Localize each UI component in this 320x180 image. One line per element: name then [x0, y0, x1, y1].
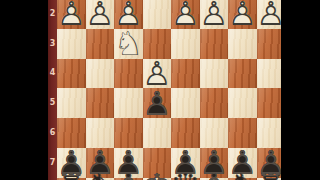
board-grid: ♜♖♝♗♚♔♛♕♝♗♞♘♜♖♟♙♟♙♟♙♟♙♟♙♟♙♟♙♞♘♟♙♟♙♟♙♟♙♟♙…	[57, 0, 281, 180]
square-a4	[257, 59, 282, 89]
square-a2: ♟♙	[257, 0, 282, 29]
square-e6	[143, 118, 172, 148]
square-a5	[257, 88, 282, 118]
square-h2: ♟♙	[57, 0, 86, 29]
square-f8: ♝♗	[114, 178, 143, 180]
square-g5	[86, 88, 115, 118]
white-knight: ♞♘	[114, 29, 143, 59]
black-rook: ♜♖	[57, 171, 86, 180]
rank-label-6: 6	[48, 118, 57, 148]
board-inner: 12345678 ♜♖♝♗♚♔♛♕♝♗♞♘♜♖♟♙♟♙♟♙♟♙♟♙♟♙♟♙♞♘♟…	[48, 0, 281, 180]
square-h4	[57, 59, 86, 89]
square-d3	[171, 29, 200, 59]
square-c5	[200, 88, 229, 118]
white-pawn: ♟♙	[143, 59, 172, 89]
square-e5: ♟♙	[143, 88, 172, 118]
square-g2: ♟♙	[86, 0, 115, 29]
square-e4: ♟♙	[143, 59, 172, 89]
square-g8: ♞♘	[86, 178, 115, 180]
black-knight: ♞♘	[228, 171, 257, 180]
square-h5	[57, 88, 86, 118]
square-a6	[257, 118, 282, 148]
white-pawn: ♟♙	[228, 0, 257, 29]
black-pawn: ♟♙	[143, 88, 172, 118]
square-c4	[200, 59, 229, 89]
square-h8: ♜♖	[57, 178, 86, 180]
square-c8: ♝♗	[200, 178, 229, 180]
white-pawn: ♟♙	[57, 0, 86, 29]
square-b2: ♟♙	[228, 0, 257, 29]
square-a3	[257, 29, 282, 59]
square-d8: ♛♕	[171, 178, 200, 180]
square-d4	[171, 59, 200, 89]
square-g3	[86, 29, 115, 59]
white-pawn: ♟♙	[257, 0, 282, 29]
square-e8: ♚♔	[143, 178, 172, 180]
square-h3	[57, 29, 86, 59]
rank-label-7: 7	[48, 148, 57, 178]
square-e3	[143, 29, 172, 59]
black-rook: ♜♖	[257, 171, 282, 180]
white-pawn: ♟♙	[86, 0, 115, 29]
square-d2: ♟♙	[171, 0, 200, 29]
rank-label-2: 2	[48, 0, 57, 29]
square-h6	[57, 118, 86, 148]
black-king: ♚♔	[143, 171, 172, 180]
rank-label-5: 5	[48, 88, 57, 118]
square-f3: ♞♘	[114, 29, 143, 59]
square-f5	[114, 88, 143, 118]
rank-label-3: 3	[48, 29, 57, 59]
white-pawn: ♟♙	[200, 0, 229, 29]
black-bishop: ♝♗	[114, 171, 143, 180]
square-f6	[114, 118, 143, 148]
black-queen: ♛♕	[171, 171, 200, 180]
square-f2: ♟♙	[114, 0, 143, 29]
rank-label-strip: 12345678	[48, 0, 57, 180]
square-b4	[228, 59, 257, 89]
square-a8: ♜♖	[257, 178, 282, 180]
chessboard: 12345678 ♜♖♝♗♚♔♛♕♝♗♞♘♜♖♟♙♟♙♟♙♟♙♟♙♟♙♟♙♞♘♟…	[48, 0, 281, 180]
square-d5	[171, 88, 200, 118]
video-frame: 12345678 ♜♖♝♗♚♔♛♕♝♗♞♘♜♖♟♙♟♙♟♙♟♙♟♙♟♙♟♙♞♘♟…	[0, 0, 320, 180]
square-c6	[200, 118, 229, 148]
black-bishop: ♝♗	[200, 171, 229, 180]
square-g6	[86, 118, 115, 148]
square-f4	[114, 59, 143, 89]
square-d6	[171, 118, 200, 148]
square-e2	[143, 0, 172, 29]
square-b5	[228, 88, 257, 118]
black-knight: ♞♘	[86, 171, 115, 180]
square-c3	[200, 29, 229, 59]
square-b6	[228, 118, 257, 148]
square-c2: ♟♙	[200, 0, 229, 29]
square-b8: ♞♘	[228, 178, 257, 180]
square-b3	[228, 29, 257, 59]
white-pawn: ♟♙	[114, 0, 143, 29]
rank-label-4: 4	[48, 59, 57, 89]
white-pawn: ♟♙	[171, 0, 200, 29]
rank-label-8: 8	[48, 178, 57, 180]
square-g4	[86, 59, 115, 89]
